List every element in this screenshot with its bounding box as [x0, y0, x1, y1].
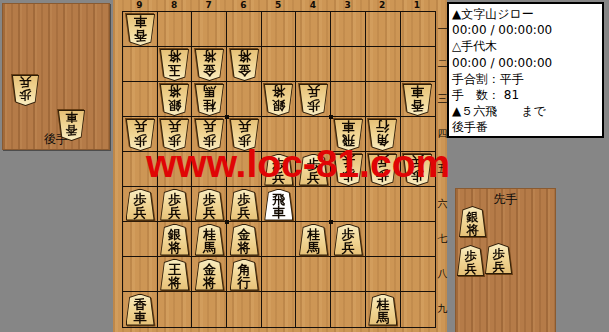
shogi-piece-gote[interactable]: 歩兵: [299, 84, 328, 116]
piece-kanji: 香車: [126, 14, 155, 46]
shogi-piece-gote[interactable]: 香車: [126, 14, 155, 46]
board-star-point: [225, 115, 229, 119]
piece-kanji: 銀将: [459, 206, 486, 237]
board-square[interactable]: [366, 187, 401, 222]
board-square[interactable]: [158, 292, 193, 327]
shogi-piece-sente[interactable]: 銀将: [160, 224, 189, 256]
board-square[interactable]: [331, 47, 366, 82]
board-square[interactable]: [296, 292, 331, 327]
shogi-piece-sente[interactable]: 桂馬: [195, 224, 224, 256]
shogi-piece-gote[interactable]: 桂馬: [195, 84, 224, 116]
sente-player-name: ▲文字山ジロー: [452, 6, 602, 22]
piece-kanji: 歩兵: [160, 189, 189, 221]
board-square[interactable]: [227, 12, 262, 47]
piece-kanji: 金将: [195, 259, 224, 291]
board-star-point: [225, 220, 229, 224]
board-square[interactable]: [401, 257, 436, 292]
board-square[interactable]: [123, 222, 158, 257]
file-label: 5: [261, 0, 296, 10]
piece-kanji: 歩兵: [334, 224, 363, 256]
board-square[interactable]: [296, 12, 331, 47]
shogi-piece-sente[interactable]: 飛車: [264, 189, 293, 221]
rank-label: 八: [437, 256, 448, 291]
shogi-piece-gote[interactable]: 玉将: [160, 49, 189, 81]
piece-kanji: 香車: [58, 110, 85, 141]
board-square[interactable]: [262, 47, 297, 82]
shogi-piece-sente[interactable]: 歩兵: [457, 245, 484, 276]
shogi-piece-sente[interactable]: 桂馬: [368, 294, 397, 326]
board-square[interactable]: [262, 257, 297, 292]
board-square[interactable]: [401, 187, 436, 222]
piece-kanji: 銀将: [160, 84, 189, 116]
board-square[interactable]: [123, 257, 158, 292]
piece-kanji: 歩兵: [195, 189, 224, 221]
board-square[interactable]: [331, 187, 366, 222]
board-square[interactable]: [401, 292, 436, 327]
piece-kanji: 歩兵: [126, 189, 155, 221]
shogi-piece-sente[interactable]: 角行: [230, 259, 259, 291]
piece-kanji: 桂馬: [368, 294, 397, 326]
last-move-label: ▲５六飛 まで: [452, 103, 602, 119]
sente-clock: 00:00 / 00:00:00: [452, 22, 602, 38]
gote-clock: 00:00 / 00:00:00: [452, 55, 602, 71]
piece-kanji: 金将: [230, 49, 259, 81]
file-label: 2: [365, 0, 400, 10]
shogi-piece-gote[interactable]: 歩兵: [12, 75, 39, 106]
board-square[interactable]: [366, 222, 401, 257]
side-to-move-label: 後手番: [452, 119, 602, 135]
piece-kanji: 角行: [230, 259, 259, 291]
board-square[interactable]: [401, 47, 436, 82]
shogi-piece-sente[interactable]: 金将: [195, 259, 224, 291]
piece-kanji: 歩兵: [485, 243, 512, 274]
shogi-piece-gote[interactable]: 銀将: [160, 84, 189, 116]
board-square[interactable]: [401, 222, 436, 257]
board-star-point: [329, 115, 333, 119]
board-square[interactable]: [366, 257, 401, 292]
move-count: 手 数： 81: [452, 87, 602, 103]
piece-kanji: 飛車: [264, 189, 293, 221]
rank-label: 九: [437, 291, 448, 326]
file-label: 4: [296, 0, 331, 10]
board-square[interactable]: [331, 82, 366, 117]
shogi-piece-sente[interactable]: 銀将: [459, 206, 486, 237]
piece-kanji: 香車: [126, 294, 155, 326]
handicap-label: 手合割：平手: [452, 71, 602, 87]
piece-kanji: 桂馬: [299, 224, 328, 256]
shogi-app: { "game": "shogi", "position": { "sfen":…: [0, 0, 609, 332]
file-label: 9: [122, 0, 157, 10]
rank-label: 七: [437, 221, 448, 256]
shogi-piece-sente[interactable]: 歩兵: [195, 189, 224, 221]
board-square[interactable]: [123, 47, 158, 82]
piece-kanji: 金将: [230, 224, 259, 256]
board-square[interactable]: [192, 12, 227, 47]
file-label: 8: [157, 0, 192, 10]
board-square[interactable]: [401, 12, 436, 47]
board-square[interactable]: [331, 12, 366, 47]
file-label: 1: [400, 0, 435, 10]
file-label: 3: [330, 0, 365, 10]
piece-kanji: 銀将: [264, 84, 293, 116]
piece-kanji: 玉将: [160, 49, 189, 81]
shogi-piece-gote[interactable]: 金将: [230, 49, 259, 81]
shogi-piece-sente[interactable]: 歩兵: [160, 189, 189, 221]
piece-kanji: 香車: [403, 84, 432, 116]
shogi-piece-sente[interactable]: 金将: [230, 224, 259, 256]
piece-kanji: 桂馬: [195, 224, 224, 256]
shogi-piece-sente[interactable]: 香車: [126, 294, 155, 326]
game-info-panel: ▲文字山ジロー 00:00 / 00:00:00 △手代木 00:00 / 00…: [447, 2, 604, 138]
file-label: 7: [191, 0, 226, 10]
piece-kanji: 歩兵: [299, 84, 328, 116]
piece-kanji: 歩兵: [230, 189, 259, 221]
shogi-piece-sente[interactable]: 桂馬: [299, 224, 328, 256]
board-square[interactable]: [123, 82, 158, 117]
shogi-piece-sente[interactable]: 歩兵: [126, 189, 155, 221]
gote-tray-label: 後手: [3, 131, 109, 148]
shogi-piece-sente[interactable]: 歩兵: [230, 189, 259, 221]
piece-kanji: 金将: [195, 49, 224, 81]
board-square[interactable]: [227, 292, 262, 327]
board-square[interactable]: [296, 187, 331, 222]
watermark-text: www.loc-81.com: [146, 142, 450, 186]
sente-hand-tray[interactable]: 先手 銀将歩兵歩兵: [455, 188, 556, 332]
board-square[interactable]: [158, 12, 193, 47]
piece-kanji: 歩兵: [12, 75, 39, 106]
piece-kanji: 歩兵: [457, 245, 484, 276]
piece-kanji: 銀将: [160, 224, 189, 256]
shogi-piece-gote[interactable]: 金将: [195, 49, 224, 81]
shogi-piece-sente[interactable]: 王将: [160, 259, 189, 291]
gote-player-name: △手代木: [452, 38, 602, 54]
board-square[interactable]: [227, 82, 262, 117]
shogi-piece-gote[interactable]: 銀将: [264, 84, 293, 116]
board-square[interactable]: [366, 82, 401, 117]
board-square[interactable]: [366, 47, 401, 82]
piece-kanji: 王将: [160, 259, 189, 291]
board-square[interactable]: [192, 292, 227, 327]
gote-hand-tray[interactable]: 後手 歩兵香車: [2, 3, 110, 150]
board-square[interactable]: [296, 257, 331, 292]
shogi-piece-gote[interactable]: 香車: [58, 110, 85, 141]
board-square[interactable]: [331, 257, 366, 292]
board-square[interactable]: [331, 292, 366, 327]
board-square[interactable]: [262, 222, 297, 257]
shogi-piece-gote[interactable]: 香車: [403, 84, 432, 116]
board-square[interactable]: [366, 12, 401, 47]
board-square[interactable]: [296, 47, 331, 82]
file-label: 6: [226, 0, 261, 10]
shogi-piece-sente[interactable]: 歩兵: [485, 243, 512, 274]
board-square[interactable]: [262, 12, 297, 47]
board-star-point: [329, 220, 333, 224]
board-square[interactable]: [262, 292, 297, 327]
shogi-piece-sente[interactable]: 歩兵: [334, 224, 363, 256]
rank-label: 六: [437, 186, 448, 221]
piece-kanji: 桂馬: [195, 84, 224, 116]
